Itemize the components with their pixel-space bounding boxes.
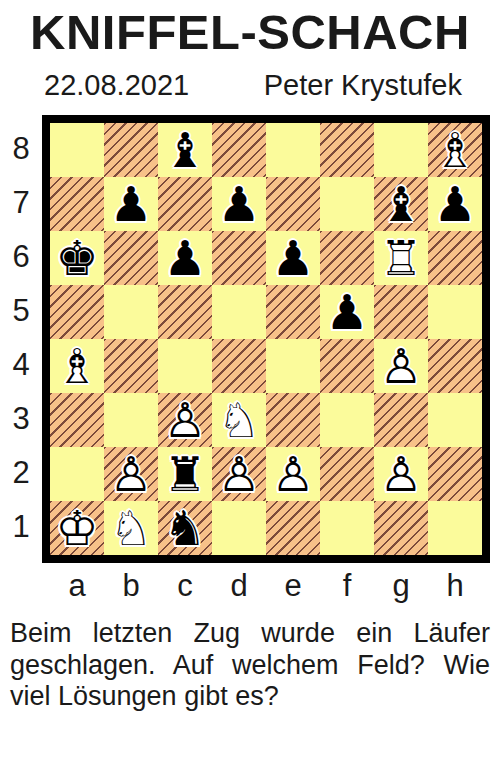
board-section: 87654321 ♝♝♗♟♟♝♟♚♟♟♜♖♟♝♗♟♙♟♙♞♘♟♙♜♟♙♟♙♟♙♚… [0, 115, 500, 563]
chess-board: ♝♝♗♟♟♝♟♚♟♟♜♖♟♝♗♟♙♟♙♞♘♟♙♜♟♙♟♙♟♙♚♔♞♘♞ [42, 115, 490, 563]
square-c4 [158, 339, 212, 393]
white-piece-outline: ♔ [50, 501, 104, 555]
square-a3 [50, 393, 104, 447]
square-f3 [320, 393, 374, 447]
file-label-b: b [104, 565, 158, 607]
square-h6 [428, 231, 482, 285]
white-piece-outline: ♖ [374, 231, 428, 285]
file-label-a: a [50, 565, 104, 607]
square-c5 [158, 285, 212, 339]
square-a1: ♚♔ [50, 501, 104, 555]
square-a7 [50, 177, 104, 231]
white-bishop: ♝♗ [50, 339, 104, 393]
square-a2 [50, 447, 104, 501]
white-piece-outline: ♙ [158, 393, 212, 447]
rank-label-2: 2 [0, 447, 42, 501]
square-b7: ♟ [104, 177, 158, 231]
square-b2: ♟♙ [104, 447, 158, 501]
rank-label-3: 3 [0, 393, 42, 447]
square-b1: ♞♘ [104, 501, 158, 555]
rank-label-7: 7 [0, 177, 42, 231]
square-b3 [104, 393, 158, 447]
square-a8 [50, 123, 104, 177]
white-piece-outline: ♙ [104, 447, 158, 501]
square-d8 [212, 123, 266, 177]
square-g6: ♜♖ [374, 231, 428, 285]
square-d2: ♟♙ [212, 447, 266, 501]
white-piece-outline: ♗ [428, 123, 482, 177]
puzzle-date: 22.08.2021 [44, 69, 189, 102]
square-d1 [212, 501, 266, 555]
square-f4 [320, 339, 374, 393]
square-h2 [428, 447, 482, 501]
puzzle-author: Peter Krystufek [264, 69, 462, 102]
white-pawn: ♟♙ [212, 447, 266, 501]
file-label-d: d [212, 565, 266, 607]
square-f7 [320, 177, 374, 231]
white-pawn: ♟♙ [104, 447, 158, 501]
square-h4 [428, 339, 482, 393]
square-c2: ♜ [158, 447, 212, 501]
square-a6: ♚ [50, 231, 104, 285]
white-pawn: ♟♙ [158, 393, 212, 447]
square-d7: ♟ [212, 177, 266, 231]
square-h5 [428, 285, 482, 339]
square-d4 [212, 339, 266, 393]
rank-label-8: 8 [0, 123, 42, 177]
black-pawn: ♟ [428, 177, 482, 231]
square-e5 [266, 285, 320, 339]
white-pawn: ♟♙ [374, 447, 428, 501]
square-f8 [320, 123, 374, 177]
file-label-f: f [320, 565, 374, 607]
white-king: ♚♔ [50, 501, 104, 555]
white-bishop: ♝♗ [428, 123, 482, 177]
square-a5 [50, 285, 104, 339]
white-knight: ♞♘ [104, 501, 158, 555]
square-e8 [266, 123, 320, 177]
white-piece-outline: ♙ [212, 447, 266, 501]
rank-label-1: 1 [0, 501, 42, 555]
square-d3: ♞♘ [212, 393, 266, 447]
square-e6: ♟ [266, 231, 320, 285]
file-labels: abcdefgh [0, 565, 500, 607]
black-bishop: ♝ [158, 123, 212, 177]
page-title: KNIFFEL-SCHACH [0, 0, 500, 60]
white-piece-outline: ♙ [374, 447, 428, 501]
square-c6: ♟ [158, 231, 212, 285]
rank-labels: 87654321 [0, 115, 42, 563]
black-bishop: ♝ [374, 177, 428, 231]
rank-label-6: 6 [0, 231, 42, 285]
white-rook: ♜♖ [374, 231, 428, 285]
square-b6 [104, 231, 158, 285]
square-h1 [428, 501, 482, 555]
square-g4: ♟♙ [374, 339, 428, 393]
square-c1: ♞ [158, 501, 212, 555]
square-g5 [374, 285, 428, 339]
file-label-g: g [374, 565, 428, 607]
black-pawn: ♟ [266, 231, 320, 285]
puzzle-page: KNIFFEL-SCHACH 22.08.2021 Peter Krystufe… [0, 0, 500, 760]
black-pawn: ♟ [212, 177, 266, 231]
file-label-c: c [158, 565, 212, 607]
square-f6 [320, 231, 374, 285]
file-label-h: h [428, 565, 482, 607]
square-f1 [320, 501, 374, 555]
black-king: ♚ [50, 231, 104, 285]
square-c3: ♟♙ [158, 393, 212, 447]
white-pawn: ♟♙ [266, 447, 320, 501]
square-f5: ♟ [320, 285, 374, 339]
white-pawn: ♟♙ [374, 339, 428, 393]
black-pawn: ♟ [158, 231, 212, 285]
square-a4: ♝♗ [50, 339, 104, 393]
white-piece-outline: ♙ [266, 447, 320, 501]
square-b5 [104, 285, 158, 339]
black-pawn: ♟ [104, 177, 158, 231]
question-line: Beim letzten Zug wurde ein Läufer [10, 618, 490, 650]
square-b8 [104, 123, 158, 177]
square-g8 [374, 123, 428, 177]
square-e4 [266, 339, 320, 393]
square-g7: ♝ [374, 177, 428, 231]
white-piece-outline: ♘ [212, 393, 266, 447]
square-h8: ♝♗ [428, 123, 482, 177]
white-knight: ♞♘ [212, 393, 266, 447]
white-piece-outline: ♗ [50, 339, 104, 393]
square-h3 [428, 393, 482, 447]
question-line: geschlagen. Auf welchem Feld? Wie [10, 650, 490, 682]
question-line: viel Lösungen gibt es? [10, 681, 490, 713]
black-pawn: ♟ [320, 285, 374, 339]
square-b4 [104, 339, 158, 393]
puzzle-question: Beim letzten Zug wurde ein Läufer geschl… [0, 607, 500, 713]
black-knight: ♞ [158, 501, 212, 555]
square-e7 [266, 177, 320, 231]
square-g2: ♟♙ [374, 447, 428, 501]
square-g1 [374, 501, 428, 555]
square-h7: ♟ [428, 177, 482, 231]
square-d6 [212, 231, 266, 285]
white-piece-outline: ♘ [104, 501, 158, 555]
square-f2 [320, 447, 374, 501]
square-e2: ♟♙ [266, 447, 320, 501]
square-g3 [374, 393, 428, 447]
square-c8: ♝ [158, 123, 212, 177]
file-label-e: e [266, 565, 320, 607]
black-rook: ♜ [158, 447, 212, 501]
square-d5 [212, 285, 266, 339]
square-c7 [158, 177, 212, 231]
white-piece-outline: ♙ [374, 339, 428, 393]
puzzle-header: 22.08.2021 Peter Krystufek [0, 60, 500, 102]
square-e1 [266, 501, 320, 555]
rank-label-4: 4 [0, 339, 42, 393]
rank-label-5: 5 [0, 285, 42, 339]
square-e3 [266, 393, 320, 447]
